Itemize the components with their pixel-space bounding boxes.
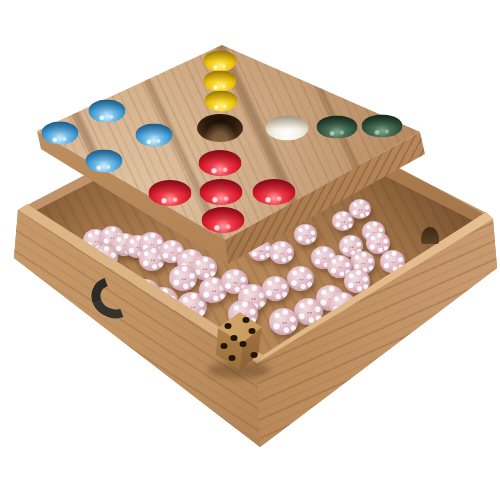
dimple-red-4 xyxy=(253,179,296,205)
dimple-yellow-2 xyxy=(204,71,237,92)
dimple-red-5 xyxy=(202,207,245,233)
dimple-blue-2 xyxy=(42,122,79,145)
dimple-red-2 xyxy=(149,180,192,206)
dimple-green-2 xyxy=(362,115,403,138)
dimple-white-1 xyxy=(266,116,309,141)
lid-dimples-layer xyxy=(0,0,500,500)
scene-pig-hole-game xyxy=(0,0,500,500)
dimple-yellow-3 xyxy=(205,91,238,112)
dimple-blue-4 xyxy=(86,150,123,173)
dimple-blue-1 xyxy=(89,100,126,123)
dimple-yellow-1 xyxy=(204,51,237,72)
dimple-red-3 xyxy=(200,179,243,205)
pig-hole xyxy=(197,114,243,142)
dimple-blue-3 xyxy=(136,124,173,147)
dimple-green-1 xyxy=(317,116,358,139)
dimple-red-1 xyxy=(199,150,242,176)
